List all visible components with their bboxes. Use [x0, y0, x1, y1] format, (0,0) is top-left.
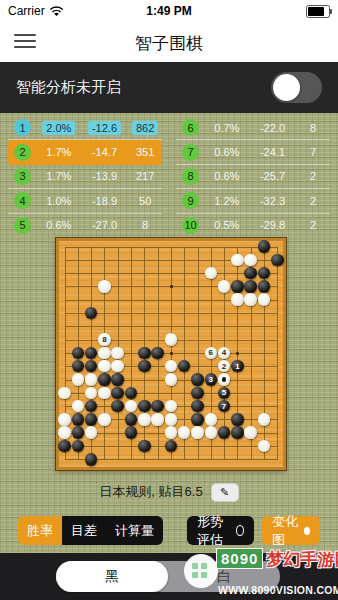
win-rate-value: 1.0% — [37, 195, 81, 207]
black-stone — [85, 347, 98, 360]
black-stone — [111, 400, 124, 413]
analysis-bar: 智能分析未开启 — [0, 62, 338, 113]
grid-line — [277, 247, 278, 461]
rules-label: 日本规则, 贴目6.5 — [99, 483, 202, 501]
star-point — [170, 352, 173, 355]
candidate-row[interactable]: 60.7%-22.08 — [176, 116, 330, 140]
score-diff-value: -25.7 — [249, 170, 297, 182]
black-stone — [85, 360, 98, 373]
white-stone — [258, 293, 271, 306]
black-stone — [231, 280, 244, 293]
analysis-toggle[interactable] — [271, 72, 322, 103]
black-stone — [125, 387, 138, 400]
rank-badge: 7 — [182, 144, 199, 161]
circle-outline-icon — [236, 525, 244, 536]
rules-line: 日本规则, 贴目6.5 ✎ — [0, 481, 338, 503]
black-stone — [72, 426, 85, 439]
win-rate-value: 0.6% — [205, 146, 249, 158]
white-stone: 4 — [218, 347, 231, 360]
score-diff-value: -18.9 — [81, 195, 129, 207]
win-rate-tab[interactable]: 胜率 — [18, 516, 62, 545]
white-stone — [178, 426, 191, 439]
candidate-row[interactable]: 41.0%-18.950 — [8, 189, 162, 213]
white-stone — [258, 440, 271, 453]
last-move-dot — [222, 377, 227, 382]
rank-badge: 8 — [182, 168, 199, 185]
nav-bar: 智子围棋 — [0, 22, 338, 62]
white-stone — [58, 387, 71, 400]
candidate-table-right: 60.7%-22.0870.6%-24.1780.6%-25.7291.2%-3… — [176, 116, 330, 237]
score-diff-tab[interactable]: 目差 — [62, 516, 106, 545]
black-stone: 1 — [231, 360, 244, 373]
black-stone — [244, 280, 257, 293]
rank-badge: 10 — [182, 217, 199, 234]
visits-value: 8 — [296, 122, 330, 134]
white-stone — [85, 373, 98, 386]
black-stone — [125, 413, 138, 426]
black-stone — [258, 240, 271, 253]
black-stone — [125, 426, 138, 439]
white-stone — [218, 373, 231, 386]
win-rate-value: 0.5% — [205, 219, 249, 231]
black-stone: 3 — [205, 373, 218, 386]
black-stone — [165, 440, 178, 453]
candidate-row[interactable]: 50.6%-27.08 — [8, 214, 162, 237]
toolbar: 胜率 目差 计算量 形势评估 变化图 — [0, 516, 338, 546]
white-stone — [98, 347, 111, 360]
evaluation-label: 形势评估 — [197, 513, 231, 549]
win-rate-value: 0.6% — [205, 170, 249, 182]
white-stone — [205, 413, 218, 426]
black-stone — [231, 426, 244, 439]
page-title: 智子围棋 — [0, 32, 338, 55]
candidate-row[interactable]: 12.0%-12.6862 — [8, 116, 162, 140]
black-stone — [85, 413, 98, 426]
black-stone — [138, 400, 151, 413]
black-stone — [72, 413, 85, 426]
white-stone — [72, 373, 85, 386]
win-rate-value: 2.0% — [37, 122, 81, 134]
score-diff-value: -22.0 — [249, 122, 297, 134]
white-stone — [125, 400, 138, 413]
white-stone — [244, 254, 257, 267]
visits-value: 217 — [128, 170, 162, 182]
watermark-brand: 8090 — [216, 548, 263, 569]
black-stone: 5 — [218, 387, 231, 400]
white-stone — [98, 360, 111, 373]
metric-segmented-control: 胜率 目差 计算量 — [18, 516, 163, 545]
black-stone — [191, 400, 204, 413]
white-stone — [165, 413, 178, 426]
visits-value: 2 — [296, 170, 330, 182]
rank-badge: 5 — [14, 217, 31, 234]
win-rate-value: 0.6% — [37, 219, 81, 231]
watermark-logo-icon — [184, 554, 218, 588]
rank-badge: 3 — [14, 168, 31, 185]
visits-value: 2 — [296, 195, 330, 207]
visits-value: 351 — [128, 146, 162, 158]
white-stone — [218, 280, 231, 293]
candidate-row[interactable]: 31.7%-13.9217 — [8, 165, 162, 189]
white-stone — [138, 413, 151, 426]
score-diff-value: -13.9 — [81, 170, 129, 182]
white-stone — [85, 387, 98, 400]
computation-tab[interactable]: 计算量 — [106, 516, 163, 545]
win-rate-value: 1.7% — [37, 146, 81, 158]
black-stone — [151, 347, 164, 360]
black-stone — [85, 453, 98, 466]
edit-rules-button[interactable]: ✎ — [211, 483, 239, 502]
variation-button[interactable]: 变化图 — [262, 516, 320, 545]
rank-badge: 6 — [182, 119, 199, 136]
black-stone — [271, 254, 284, 267]
analysis-status-label: 智能分析未开启 — [16, 78, 121, 97]
white-stone — [231, 254, 244, 267]
win-rate-value: 0.7% — [205, 122, 249, 134]
black-stone — [191, 387, 204, 400]
win-rate-value: 1.7% — [37, 170, 81, 182]
visits-value: 7 — [296, 146, 330, 158]
score-diff-value: -14.7 — [81, 146, 129, 158]
evaluation-button[interactable]: 形势评估 — [187, 516, 254, 545]
white-stone: 6 — [205, 347, 218, 360]
white-stone — [85, 426, 98, 439]
visits-value: 862 — [128, 122, 162, 134]
black-stone — [138, 360, 151, 373]
black-stone — [138, 440, 151, 453]
rank-badge: 1 — [14, 119, 31, 136]
white-stone — [111, 360, 124, 373]
score-diff-value: -12.6 — [81, 122, 129, 134]
watermark-title: 梦幻手游网 — [266, 548, 338, 571]
visits-value: 50 — [128, 195, 162, 207]
white-stone — [205, 426, 218, 439]
variation-label: 变化图 — [272, 513, 299, 549]
black-stone — [58, 440, 71, 453]
go-board[interactable]: 86421357 — [56, 238, 286, 470]
black-stone — [72, 360, 85, 373]
black-stone — [111, 373, 124, 386]
black-stone — [98, 373, 111, 386]
rank-badge: 4 — [14, 192, 31, 209]
white-stone: 2 — [218, 360, 231, 373]
score-diff-value: -24.1 — [249, 146, 297, 158]
white-stone — [165, 333, 178, 346]
white-stone — [191, 426, 204, 439]
white-stone — [98, 387, 111, 400]
white-stone — [151, 413, 164, 426]
black-side-option[interactable]: 黑 — [56, 561, 168, 592]
black-stone: 7 — [218, 400, 231, 413]
candidate-row[interactable]: 91.2%-32.32 — [176, 189, 330, 213]
black-stone — [72, 347, 85, 360]
score-diff-value: -27.0 — [81, 219, 129, 231]
white-stone — [165, 426, 178, 439]
watermark: 8090 梦幻手游网 WWW.8090VISION.COM — [186, 548, 338, 600]
white-stone — [258, 413, 271, 426]
watermark-url: WWW.8090VISION.COM — [218, 584, 338, 596]
score-diff-value: -32.3 — [249, 195, 297, 207]
white-stone — [72, 400, 85, 413]
star-point — [170, 285, 173, 288]
visits-value: 2 — [296, 219, 330, 231]
battery-icon — [306, 5, 330, 18]
black-stone — [151, 400, 164, 413]
white-stone — [205, 267, 218, 280]
black-stone — [178, 360, 191, 373]
circle-filled-icon — [304, 527, 310, 535]
white-stone — [98, 413, 111, 426]
win-rate-value: 1.2% — [205, 195, 249, 207]
black-stone — [72, 440, 85, 453]
star-point — [236, 352, 239, 355]
black-stone — [191, 373, 204, 386]
black-stone — [85, 307, 98, 320]
visits-value: 8 — [128, 219, 162, 231]
candidate-row[interactable]: 21.7%-14.7351 — [8, 140, 162, 164]
pencil-icon: ✎ — [220, 486, 229, 499]
candidate-table-left: 12.0%-12.686221.7%-14.735131.7%-13.92174… — [8, 116, 162, 237]
black-stone — [231, 413, 244, 426]
status-bar: Carrier 1:49 PM — [0, 0, 338, 22]
candidate-row[interactable]: 100.5%-29.82 — [176, 214, 330, 237]
rank-badge: 2 — [14, 144, 31, 161]
score-diff-value: -29.8 — [249, 219, 297, 231]
white-stone — [244, 426, 257, 439]
rank-badge: 9 — [182, 192, 199, 209]
black-stone — [258, 280, 271, 293]
white-stone — [58, 426, 71, 439]
white-stone — [111, 347, 124, 360]
black-stone — [111, 387, 124, 400]
candidate-row[interactable]: 80.6%-25.72 — [176, 165, 330, 189]
white-stone — [58, 413, 71, 426]
white-stone — [165, 373, 178, 386]
black-stone — [258, 267, 271, 280]
white-stone — [165, 360, 178, 373]
white-stone — [244, 293, 257, 306]
toggle-knob — [273, 74, 300, 101]
white-stone — [231, 293, 244, 306]
white-stone: 8 — [98, 333, 111, 346]
candidate-row[interactable]: 70.6%-24.17 — [176, 140, 330, 164]
white-stone — [98, 280, 111, 293]
clock: 1:49 PM — [0, 4, 338, 18]
black-stone — [244, 267, 257, 280]
black-stone — [138, 347, 151, 360]
black-stone — [191, 413, 204, 426]
black-stone — [218, 426, 231, 439]
black-stone — [85, 400, 98, 413]
white-stone — [165, 400, 178, 413]
